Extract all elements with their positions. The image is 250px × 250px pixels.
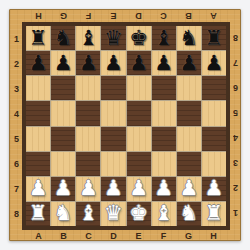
square-e7[interactable]: ♟ [127,177,151,201]
square-g6[interactable] [177,152,201,176]
square-g3[interactable] [177,76,201,100]
white-pawn: ♟ [179,178,198,199]
square-a6[interactable] [26,152,50,176]
square-f1[interactable]: ♝ [152,26,176,50]
square-c5[interactable] [76,127,100,151]
square-c7[interactable]: ♟ [76,177,100,201]
square-a1[interactable]: ♜ [26,26,50,50]
white-pawn: ♟ [104,178,123,199]
file-label-h: H [201,229,226,242]
square-e4[interactable] [127,101,151,125]
square-h3[interactable] [202,76,226,100]
black-queen: ♛ [104,28,123,49]
square-b5[interactable] [51,127,75,151]
square-b3[interactable] [51,76,75,100]
file-label-f: F [151,229,176,242]
square-e1[interactable]: ♚ [127,26,151,50]
black-pawn: ♟ [54,53,73,74]
square-b8[interactable]: ♞ [51,202,75,226]
white-knight: ♞ [179,203,198,224]
rank-label-6: 6 [229,76,242,101]
square-g8[interactable]: ♞ [177,202,201,226]
square-c6[interactable] [76,152,100,176]
rank-labels-right: 12345678 [229,26,242,226]
black-bishop: ♝ [154,28,173,49]
square-g4[interactable] [177,101,201,125]
file-label-a: A [26,229,51,242]
square-d6[interactable] [101,152,125,176]
rank-label-5: 5 [229,101,242,126]
black-rook: ♜ [29,28,48,49]
square-a7[interactable]: ♟ [26,177,50,201]
black-king: ♚ [129,28,148,49]
square-a5[interactable] [26,127,50,151]
square-g7[interactable]: ♟ [177,177,201,201]
square-e2[interactable]: ♟ [127,51,151,75]
white-pawn: ♟ [54,178,73,199]
black-rook: ♜ [205,28,224,49]
file-label-d: D [101,229,126,242]
square-a4[interactable] [26,101,50,125]
white-pawn: ♟ [29,178,48,199]
square-h2[interactable]: ♟ [202,51,226,75]
square-h4[interactable] [202,101,226,125]
rank-label-1: 1 [229,201,242,226]
white-pawn: ♟ [79,178,98,199]
square-h1[interactable]: ♜ [202,26,226,50]
square-d1[interactable]: ♛ [101,26,125,50]
file-label-c: C [76,229,101,242]
black-bishop: ♝ [79,28,98,49]
square-a2[interactable]: ♟ [26,51,50,75]
white-bishop: ♝ [154,203,173,224]
chess-board: ABCDEFGH ABCDEFGH 12345678 12345678 ♜♞♝♛… [9,9,241,241]
black-pawn: ♟ [79,53,98,74]
square-d3[interactable] [101,76,125,100]
square-h5[interactable] [202,127,226,151]
rank-label-7: 7 [229,51,242,76]
black-pawn: ♟ [29,53,48,74]
white-pawn: ♟ [129,178,148,199]
square-f8[interactable]: ♝ [152,202,176,226]
square-c1[interactable]: ♝ [76,26,100,50]
square-g5[interactable] [177,127,201,151]
square-f3[interactable] [152,76,176,100]
square-b4[interactable] [51,101,75,125]
board-inner-edging: ♜♞♝♛♚♝♞♜♟♟♟♟♟♟♟♟♟♟♟♟♟♟♟♟♜♞♝♛♚♝♞♜ [22,22,230,230]
black-pawn: ♟ [179,53,198,74]
square-f5[interactable] [152,127,176,151]
square-b6[interactable] [51,152,75,176]
white-knight: ♞ [54,203,73,224]
square-b1[interactable]: ♞ [51,26,75,50]
square-f2[interactable]: ♟ [152,51,176,75]
rank-label-4: 4 [229,126,242,151]
square-b7[interactable]: ♟ [51,177,75,201]
square-f6[interactable] [152,152,176,176]
white-king: ♚ [129,203,148,224]
square-a3[interactable] [26,76,50,100]
white-queen: ♛ [104,203,123,224]
rank-label-8: 8 [229,26,242,51]
square-c4[interactable] [76,101,100,125]
square-c8[interactable]: ♝ [76,202,100,226]
file-label-g: G [176,229,201,242]
square-h6[interactable] [202,152,226,176]
square-h8[interactable]: ♜ [202,202,226,226]
black-pawn: ♟ [205,53,224,74]
square-b2[interactable]: ♟ [51,51,75,75]
square-d4[interactable] [101,101,125,125]
square-d7[interactable]: ♟ [101,177,125,201]
square-f7[interactable]: ♟ [152,177,176,201]
square-d8[interactable]: ♛ [101,202,125,226]
square-a8[interactable]: ♜ [26,202,50,226]
white-pawn: ♟ [154,178,173,199]
black-knight: ♞ [54,28,73,49]
black-pawn: ♟ [129,53,148,74]
square-f4[interactable] [152,101,176,125]
square-e6[interactable] [127,152,151,176]
square-g1[interactable]: ♞ [177,26,201,50]
board-grid: ♜♞♝♛♚♝♞♜♟♟♟♟♟♟♟♟♟♟♟♟♟♟♟♟♜♞♝♛♚♝♞♜ [26,26,226,226]
square-h7[interactable]: ♟ [202,177,226,201]
black-knight: ♞ [179,28,198,49]
square-e5[interactable] [127,127,151,151]
file-label-e: E [126,229,151,242]
square-c3[interactable] [76,76,100,100]
square-c2[interactable]: ♟ [76,51,100,75]
black-pawn: ♟ [154,53,173,74]
black-pawn: ♟ [104,53,123,74]
square-d5[interactable] [101,127,125,151]
file-label-b: B [51,229,76,242]
white-pawn: ♟ [205,178,224,199]
rank-label-3: 3 [229,151,242,176]
square-e8[interactable]: ♚ [127,202,151,226]
square-d2[interactable]: ♟ [101,51,125,75]
square-e3[interactable] [127,76,151,100]
white-rook: ♜ [205,203,224,224]
file-labels-bottom: ABCDEFGH [26,229,226,242]
square-g2[interactable]: ♟ [177,51,201,75]
white-bishop: ♝ [79,203,98,224]
white-rook: ♜ [29,203,48,224]
rank-label-2: 2 [229,176,242,201]
